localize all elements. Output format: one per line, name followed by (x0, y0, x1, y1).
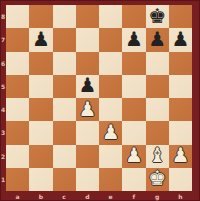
piece-black-pawn[interactable]: ♟ (171, 29, 189, 49)
rank-label: 5 (0, 75, 6, 98)
square-d3[interactable] (76, 121, 99, 144)
square-c2[interactable] (53, 145, 76, 168)
square-f1[interactable] (122, 168, 145, 191)
square-d4[interactable]: ♟ (76, 98, 99, 121)
rank-label: 1 (0, 168, 6, 191)
square-f4[interactable] (122, 98, 145, 121)
square-g6[interactable] (146, 52, 169, 75)
square-d5[interactable]: ♟ (76, 75, 99, 98)
square-d2[interactable] (76, 145, 99, 168)
square-c4[interactable] (53, 98, 76, 121)
square-a4[interactable] (6, 98, 29, 121)
square-g8[interactable]: ♚ (146, 5, 169, 28)
piece-black-pawn[interactable]: ♟ (125, 29, 143, 49)
piece-white-pawn[interactable]: ♟ (171, 145, 189, 165)
square-a3[interactable] (6, 121, 29, 144)
piece-white-pawn[interactable]: ♟ (125, 145, 143, 165)
square-h2[interactable]: ♟ (169, 145, 192, 168)
chessboard: ♚♟♟♟♟♟♟♟♟♝♟♚ (6, 5, 192, 191)
square-f6[interactable] (122, 52, 145, 75)
square-d8[interactable] (76, 5, 99, 28)
square-e7[interactable] (99, 28, 122, 51)
board-frame: ♚♟♟♟♟♟♟♟♟♝♟♚ 87654321 abcdefgh (0, 0, 200, 201)
square-b1[interactable] (29, 168, 52, 191)
square-a5[interactable] (6, 75, 29, 98)
square-e6[interactable] (99, 52, 122, 75)
square-a6[interactable] (6, 52, 29, 75)
rank-label: 7 (0, 28, 6, 51)
square-f7[interactable]: ♟ (122, 28, 145, 51)
square-h3[interactable] (169, 121, 192, 144)
piece-black-pawn[interactable]: ♟ (148, 29, 166, 49)
square-b3[interactable] (29, 121, 52, 144)
file-labels: abcdefgh (6, 191, 192, 201)
piece-black-pawn[interactable]: ♟ (78, 75, 96, 95)
rank-labels: 87654321 (0, 5, 6, 191)
square-b7[interactable]: ♟ (29, 28, 52, 51)
square-g5[interactable] (146, 75, 169, 98)
square-b2[interactable] (29, 145, 52, 168)
square-c5[interactable] (53, 75, 76, 98)
square-e5[interactable] (99, 75, 122, 98)
square-h5[interactable] (169, 75, 192, 98)
square-h4[interactable] (169, 98, 192, 121)
square-g7[interactable]: ♟ (146, 28, 169, 51)
rank-label: 2 (0, 145, 6, 168)
square-b6[interactable] (29, 52, 52, 75)
square-d1[interactable] (76, 168, 99, 191)
file-label: h (169, 191, 192, 201)
file-label: g (146, 191, 169, 201)
file-label: c (53, 191, 76, 201)
square-f2[interactable]: ♟ (122, 145, 145, 168)
square-a1[interactable] (6, 168, 29, 191)
square-a8[interactable] (6, 5, 29, 28)
rank-label: 3 (0, 121, 6, 144)
square-e1[interactable] (99, 168, 122, 191)
rank-label: 8 (0, 5, 6, 28)
square-b4[interactable] (29, 98, 52, 121)
piece-black-pawn[interactable]: ♟ (32, 29, 50, 49)
rank-label: 4 (0, 98, 6, 121)
file-label: d (76, 191, 99, 201)
square-h7[interactable]: ♟ (169, 28, 192, 51)
square-c7[interactable] (53, 28, 76, 51)
square-f8[interactable] (122, 5, 145, 28)
square-e4[interactable] (99, 98, 122, 121)
rank-label: 6 (0, 52, 6, 75)
square-e8[interactable] (99, 5, 122, 28)
file-label: e (99, 191, 122, 201)
piece-white-pawn[interactable]: ♟ (102, 122, 120, 142)
square-b5[interactable] (29, 75, 52, 98)
file-label: f (122, 191, 145, 201)
square-c6[interactable] (53, 52, 76, 75)
square-f3[interactable] (122, 121, 145, 144)
square-a2[interactable] (6, 145, 29, 168)
square-e3[interactable]: ♟ (99, 121, 122, 144)
square-g4[interactable] (146, 98, 169, 121)
piece-black-king[interactable]: ♚ (148, 6, 166, 26)
square-c3[interactable] (53, 121, 76, 144)
piece-white-pawn[interactable]: ♟ (78, 99, 96, 119)
square-b8[interactable] (29, 5, 52, 28)
square-g3[interactable] (146, 121, 169, 144)
file-label: b (29, 191, 52, 201)
square-c8[interactable] (53, 5, 76, 28)
piece-white-king[interactable]: ♚ (148, 168, 166, 188)
square-e2[interactable] (99, 145, 122, 168)
piece-white-bishop[interactable]: ♝ (148, 145, 166, 165)
square-g1[interactable]: ♚ (146, 168, 169, 191)
square-d6[interactable] (76, 52, 99, 75)
square-h8[interactable] (169, 5, 192, 28)
square-h6[interactable] (169, 52, 192, 75)
square-c1[interactable] (53, 168, 76, 191)
square-f5[interactable] (122, 75, 145, 98)
square-g2[interactable]: ♝ (146, 145, 169, 168)
square-a7[interactable] (6, 28, 29, 51)
square-d7[interactable] (76, 28, 99, 51)
file-label: a (6, 191, 29, 201)
square-h1[interactable] (169, 168, 192, 191)
